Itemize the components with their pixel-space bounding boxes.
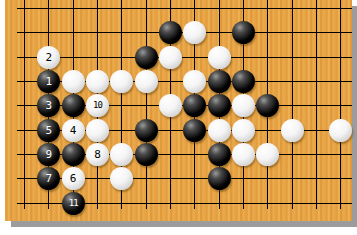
move-number-label: 8 (94, 149, 101, 160)
move-number-label: 2 (46, 52, 53, 63)
go-stone-white[interactable] (86, 119, 109, 142)
go-stone-black[interactable] (208, 167, 231, 190)
grid-line-horizontal (17, 57, 352, 58)
go-stone-white[interactable]: 2 (37, 46, 60, 69)
go-stone-black[interactable] (135, 143, 158, 166)
go-stone-black[interactable] (62, 94, 85, 117)
move-number-label: 4 (70, 125, 77, 136)
go-stone-black[interactable] (135, 119, 158, 142)
grid-line-horizontal (17, 8, 352, 9)
go-stone-white[interactable] (208, 119, 231, 142)
go-stone-white[interactable] (329, 119, 352, 142)
go-stone-black[interactable]: 1 (37, 70, 60, 93)
move-number-label: 6 (70, 173, 77, 184)
go-stone-black[interactable] (256, 94, 279, 117)
go-stone-black[interactable] (183, 94, 206, 117)
go-stone-black[interactable] (183, 119, 206, 142)
go-stone-white[interactable] (62, 70, 85, 93)
go-stone-white[interactable] (256, 143, 279, 166)
go-stone-black[interactable]: 9 (37, 143, 60, 166)
go-stone-white[interactable] (232, 119, 255, 142)
go-stone-black[interactable] (232, 70, 255, 93)
move-number-label: 5 (46, 125, 53, 136)
go-stone-black[interactable] (208, 94, 231, 117)
go-diagram-screenshot: 2131054987611 (0, 0, 357, 235)
go-stone-white[interactable] (110, 167, 133, 190)
go-stone-black[interactable]: 3 (37, 94, 60, 117)
go-board[interactable]: 2131054987611 (5, 0, 352, 221)
go-stone-white[interactable] (183, 70, 206, 93)
go-stone-white[interactable] (159, 94, 182, 117)
move-number-label: 3 (46, 100, 53, 111)
move-number-label: 1 (46, 76, 53, 87)
go-stone-black[interactable]: 5 (37, 119, 60, 142)
go-stone-white[interactable] (110, 143, 133, 166)
move-number-label: 9 (46, 149, 53, 160)
go-stone-black[interactable] (208, 70, 231, 93)
go-stone-white[interactable] (232, 143, 255, 166)
go-stone-white[interactable]: 4 (62, 119, 85, 142)
go-stone-white[interactable] (86, 70, 109, 93)
go-stone-white[interactable]: 6 (62, 167, 85, 190)
go-stone-black[interactable] (135, 46, 158, 69)
go-stone-black[interactable] (232, 21, 255, 44)
go-stone-white[interactable] (159, 46, 182, 69)
go-stone-black[interactable]: 7 (37, 167, 60, 190)
go-stone-black[interactable]: 11 (62, 192, 85, 215)
go-stone-black[interactable] (159, 21, 182, 44)
go-stone-black[interactable] (62, 143, 85, 166)
go-stone-black[interactable] (208, 143, 231, 166)
go-stone-white[interactable] (135, 70, 158, 93)
go-stone-white[interactable] (110, 70, 133, 93)
go-stone-white[interactable]: 10 (86, 94, 109, 117)
move-number-label: 10 (93, 101, 102, 110)
go-stone-white[interactable]: 8 (86, 143, 109, 166)
go-stone-white[interactable] (183, 21, 206, 44)
move-number-label: 7 (46, 173, 53, 184)
move-number-label: 11 (69, 199, 78, 208)
go-stone-white[interactable] (281, 119, 304, 142)
go-stone-white[interactable] (232, 94, 255, 117)
go-stone-white[interactable] (208, 46, 231, 69)
